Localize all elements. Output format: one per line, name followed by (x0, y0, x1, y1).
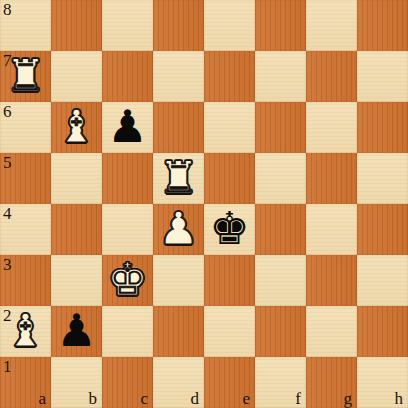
square-a1[interactable]: 1a (0, 357, 51, 408)
square-c5[interactable] (102, 153, 153, 204)
file-label-f: f (295, 390, 301, 407)
square-g6[interactable] (306, 102, 357, 153)
rank-label-1: 1 (3, 358, 12, 375)
square-b7[interactable] (51, 51, 102, 102)
square-b3[interactable] (51, 255, 102, 306)
square-e7[interactable] (204, 51, 255, 102)
square-g2[interactable] (306, 306, 357, 357)
file-label-b: b (89, 390, 98, 407)
square-b6[interactable]: ♝ (51, 102, 102, 153)
square-a4[interactable]: 4 (0, 204, 51, 255)
square-a3[interactable]: 3 (0, 255, 51, 306)
square-e4[interactable]: ♚ (204, 204, 255, 255)
square-d7[interactable] (153, 51, 204, 102)
square-e3[interactable] (204, 255, 255, 306)
square-d8[interactable] (153, 0, 204, 51)
rank-label-5: 5 (3, 154, 12, 171)
square-a7[interactable]: 7♜ (0, 51, 51, 102)
square-g1[interactable]: g (306, 357, 357, 408)
square-h5[interactable] (357, 153, 408, 204)
square-c8[interactable] (102, 0, 153, 51)
square-d6[interactable] (153, 102, 204, 153)
square-d3[interactable] (153, 255, 204, 306)
square-b2[interactable]: ♟ (51, 306, 102, 357)
square-g5[interactable] (306, 153, 357, 204)
square-c6[interactable]: ♟ (102, 102, 153, 153)
square-e6[interactable] (204, 102, 255, 153)
file-label-a: a (38, 390, 46, 407)
square-h3[interactable] (357, 255, 408, 306)
square-d4[interactable]: ♟ (153, 204, 204, 255)
square-f7[interactable] (255, 51, 306, 102)
square-c1[interactable]: c (102, 357, 153, 408)
square-h1[interactable]: h (357, 357, 408, 408)
piece-black-pawn-b2[interactable]: ♟ (56, 305, 96, 356)
square-d1[interactable]: d (153, 357, 204, 408)
square-e8[interactable] (204, 0, 255, 51)
square-h8[interactable] (357, 0, 408, 51)
square-h6[interactable] (357, 102, 408, 153)
piece-white-bishop-a2[interactable]: ♝ (5, 305, 45, 356)
square-b1[interactable]: b (51, 357, 102, 408)
piece-white-rook-a7[interactable]: ♜ (5, 50, 45, 101)
piece-white-bishop-b6[interactable]: ♝ (56, 101, 96, 152)
square-h7[interactable] (357, 51, 408, 102)
square-f8[interactable] (255, 0, 306, 51)
square-f5[interactable] (255, 153, 306, 204)
square-e5[interactable] (204, 153, 255, 204)
square-b5[interactable] (51, 153, 102, 204)
file-label-c: c (140, 390, 148, 407)
file-label-h: h (395, 390, 404, 407)
rank-label-4: 4 (3, 205, 12, 222)
square-e1[interactable]: e (204, 357, 255, 408)
square-g3[interactable] (306, 255, 357, 306)
piece-white-pawn-d4[interactable]: ♟ (158, 203, 198, 254)
rank-label-6: 6 (3, 103, 12, 120)
file-label-e: e (242, 390, 250, 407)
square-g4[interactable] (306, 204, 357, 255)
square-f3[interactable] (255, 255, 306, 306)
square-b4[interactable] (51, 204, 102, 255)
square-a6[interactable]: 6 (0, 102, 51, 153)
file-label-d: d (191, 390, 200, 407)
chess-board: 87♜6♝♟5♜4♟♚3♚2♝♟1abcdefgh (0, 0, 408, 408)
square-g8[interactable] (306, 0, 357, 51)
square-d5[interactable]: ♜ (153, 153, 204, 204)
square-e2[interactable] (204, 306, 255, 357)
rank-label-8: 8 (3, 1, 12, 18)
square-c2[interactable] (102, 306, 153, 357)
square-a2[interactable]: 2♝ (0, 306, 51, 357)
square-c7[interactable] (102, 51, 153, 102)
file-label-g: g (344, 390, 353, 407)
square-f4[interactable] (255, 204, 306, 255)
rank-label-3: 3 (3, 256, 12, 273)
square-c3[interactable]: ♚ (102, 255, 153, 306)
square-g7[interactable] (306, 51, 357, 102)
square-f2[interactable] (255, 306, 306, 357)
square-c4[interactable] (102, 204, 153, 255)
square-h2[interactable] (357, 306, 408, 357)
square-a8[interactable]: 8 (0, 0, 51, 51)
square-b8[interactable] (51, 0, 102, 51)
piece-white-king-c3[interactable]: ♚ (107, 254, 147, 305)
square-f1[interactable]: f (255, 357, 306, 408)
square-f6[interactable] (255, 102, 306, 153)
square-d2[interactable] (153, 306, 204, 357)
piece-black-king-e4[interactable]: ♚ (209, 203, 249, 254)
square-a5[interactable]: 5 (0, 153, 51, 204)
piece-white-rook-d5[interactable]: ♜ (158, 152, 198, 203)
square-h4[interactable] (357, 204, 408, 255)
piece-black-pawn-c6[interactable]: ♟ (107, 101, 147, 152)
